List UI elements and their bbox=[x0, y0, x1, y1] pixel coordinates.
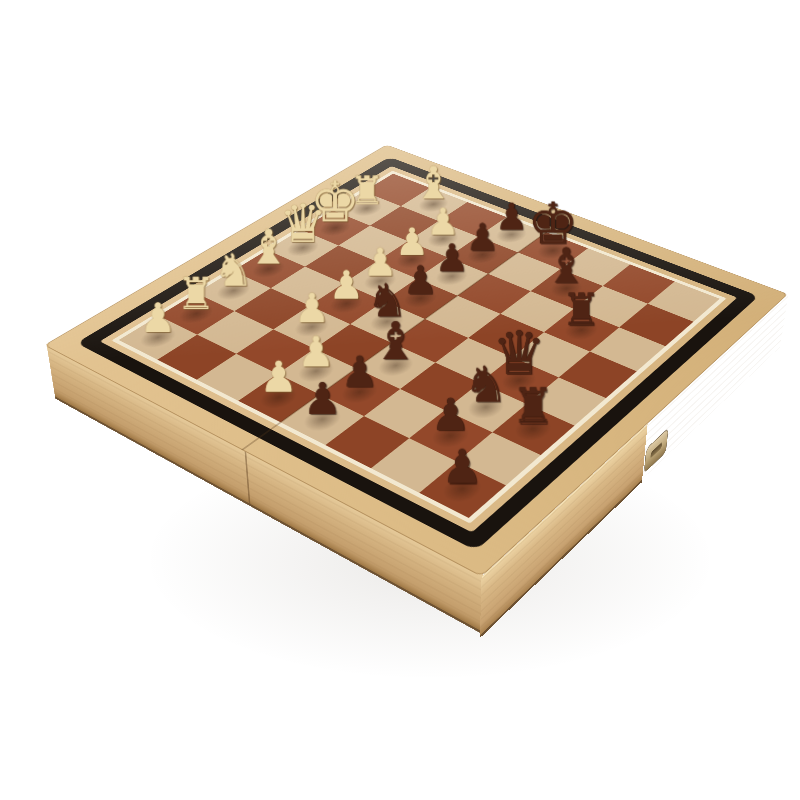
pawn-icon: ♟ bbox=[423, 399, 502, 489]
pawn-icon: ♟ bbox=[123, 258, 192, 337]
rook-icon: ♜ bbox=[547, 251, 616, 330]
pawn-icon: ♟ bbox=[285, 334, 359, 419]
product-photo-scene: ♟♜♞♝♛♚♜♝♟♟♟♟♟♟♟♞♟♟♟♟♟♟♝♚♝♟♞♛♜♟♜ bbox=[0, 0, 800, 800]
latch-slot-icon bbox=[650, 442, 662, 459]
rook-icon: ♜ bbox=[496, 343, 571, 429]
